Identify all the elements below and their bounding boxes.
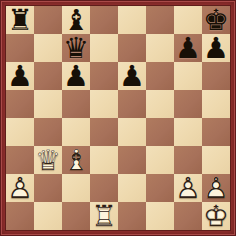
black-queen[interactable]: ♛ [62,34,90,62]
square-e1[interactable] [118,202,146,230]
square-b5[interactable] [34,90,62,118]
square-d4[interactable] [90,118,118,146]
square-a5[interactable] [6,90,34,118]
black-pawn[interactable]: ♟ [6,62,34,90]
square-g5[interactable] [174,90,202,118]
white-bishop[interactable]: ♝♗ [62,146,90,174]
square-h2[interactable]: ♟♙ [202,174,230,202]
square-g7[interactable]: ♟ [174,34,202,62]
square-h1[interactable]: ♚♔ [202,202,230,230]
square-g8[interactable] [174,6,202,34]
square-b1[interactable] [34,202,62,230]
square-a3[interactable] [6,146,34,174]
square-a4[interactable] [6,118,34,146]
square-g2[interactable]: ♟♙ [174,174,202,202]
square-f8[interactable] [146,6,174,34]
square-f4[interactable] [146,118,174,146]
square-h4[interactable] [202,118,230,146]
white-bishop-outline: ♗ [62,146,90,174]
square-g1[interactable] [174,202,202,230]
white-pawn-outline: ♙ [174,174,202,202]
white-pawn[interactable]: ♟♙ [174,174,202,202]
square-c3[interactable]: ♝♗ [62,146,90,174]
square-h5[interactable] [202,90,230,118]
square-g3[interactable] [174,146,202,174]
square-h8[interactable]: ♚ [202,6,230,34]
square-e8[interactable] [118,6,146,34]
square-b2[interactable] [34,174,62,202]
square-h6[interactable] [202,62,230,90]
square-c7[interactable]: ♛ [62,34,90,62]
square-b3[interactable]: ♛♕ [34,146,62,174]
white-king[interactable]: ♚♔ [202,202,230,230]
black-pawn[interactable]: ♟ [202,34,230,62]
square-b4[interactable] [34,118,62,146]
square-c8[interactable]: ♝ [62,6,90,34]
square-c1[interactable] [62,202,90,230]
square-b8[interactable] [34,6,62,34]
square-e7[interactable] [118,34,146,62]
square-h7[interactable]: ♟ [202,34,230,62]
square-a7[interactable] [6,34,34,62]
square-c4[interactable] [62,118,90,146]
white-rook[interactable]: ♜♖ [90,202,118,230]
square-c6[interactable]: ♟ [62,62,90,90]
square-f1[interactable] [146,202,174,230]
square-g4[interactable] [174,118,202,146]
square-a6[interactable]: ♟ [6,62,34,90]
square-d1[interactable]: ♜♖ [90,202,118,230]
square-d5[interactable] [90,90,118,118]
square-a1[interactable] [6,202,34,230]
square-e4[interactable] [118,118,146,146]
square-e3[interactable] [118,146,146,174]
black-bishop[interactable]: ♝ [62,6,90,34]
square-h3[interactable] [202,146,230,174]
screenshot: ♜♝♚♛♟♟♟♟♟♛♕♝♗♟♙♟♙♟♙♜♖♚♔ [0,0,236,236]
square-f6[interactable] [146,62,174,90]
black-pawn[interactable]: ♟ [174,34,202,62]
square-d2[interactable] [90,174,118,202]
square-c5[interactable] [62,90,90,118]
white-pawn[interactable]: ♟♙ [6,174,34,202]
square-b7[interactable] [34,34,62,62]
board-frame: ♜♝♚♛♟♟♟♟♟♛♕♝♗♟♙♟♙♟♙♜♖♚♔ [0,0,236,236]
black-rook[interactable]: ♜ [6,6,34,34]
square-d7[interactable] [90,34,118,62]
square-f3[interactable] [146,146,174,174]
square-a8[interactable]: ♜ [6,6,34,34]
white-king-outline: ♔ [202,202,230,230]
black-king[interactable]: ♚ [202,6,230,34]
white-queen[interactable]: ♛♕ [34,146,62,174]
square-e2[interactable] [118,174,146,202]
square-d8[interactable] [90,6,118,34]
white-queen-outline: ♕ [34,146,62,174]
white-rook-outline: ♖ [90,202,118,230]
black-pawn[interactable]: ♟ [62,62,90,90]
white-pawn[interactable]: ♟♙ [202,174,230,202]
white-pawn-outline: ♙ [202,174,230,202]
square-g6[interactable] [174,62,202,90]
square-d3[interactable] [90,146,118,174]
white-pawn-outline: ♙ [6,174,34,202]
square-f7[interactable] [146,34,174,62]
square-b6[interactable] [34,62,62,90]
square-e6[interactable]: ♟ [118,62,146,90]
chess-board: ♜♝♚♛♟♟♟♟♟♛♕♝♗♟♙♟♙♟♙♜♖♚♔ [6,6,230,230]
square-f2[interactable] [146,174,174,202]
square-e5[interactable] [118,90,146,118]
square-f5[interactable] [146,90,174,118]
square-c2[interactable] [62,174,90,202]
square-a2[interactable]: ♟♙ [6,174,34,202]
square-d6[interactable] [90,62,118,90]
black-pawn[interactable]: ♟ [118,62,146,90]
